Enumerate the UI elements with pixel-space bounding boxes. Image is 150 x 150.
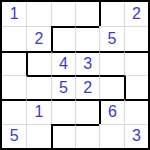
cell-r1c2[interactable] [26, 2, 50, 26]
cell-r4c2[interactable] [26, 75, 50, 99]
cell-r5c5[interactable]: 6 [99, 99, 123, 123]
cell-r1c5[interactable] [99, 2, 123, 26]
cell-r1c4[interactable] [75, 2, 99, 26]
cell-r4c3[interactable]: 5 [51, 75, 75, 99]
cell-r6c4[interactable] [75, 124, 99, 148]
cell-r3c4[interactable]: 3 [75, 51, 99, 75]
sudoku-board: 122543521653 [0, 0, 150, 150]
cell-r3c1[interactable] [2, 51, 26, 75]
cell-r6c2[interactable] [26, 124, 50, 148]
cell-r5c4[interactable] [75, 99, 99, 123]
cell-r2c5[interactable]: 5 [99, 26, 123, 50]
cell-r4c6[interactable] [124, 75, 148, 99]
cell-r6c1[interactable]: 5 [2, 124, 26, 148]
cell-r5c2[interactable]: 1 [26, 99, 50, 123]
cell-r4c4[interactable]: 2 [75, 75, 99, 99]
cell-r3c5[interactable] [99, 51, 123, 75]
cell-r5c1[interactable] [2, 99, 26, 123]
cell-r2c2[interactable]: 2 [26, 26, 50, 50]
cell-r3c2[interactable] [26, 51, 50, 75]
cell-r5c3[interactable] [51, 99, 75, 123]
cell-r3c6[interactable] [124, 51, 148, 75]
cell-r3c3[interactable]: 4 [51, 51, 75, 75]
cell-r4c1[interactable] [2, 75, 26, 99]
cell-r1c1[interactable]: 1 [2, 2, 26, 26]
cell-r2c3[interactable] [51, 26, 75, 50]
cell-r1c3[interactable] [51, 2, 75, 26]
cell-r6c5[interactable] [99, 124, 123, 148]
cell-r2c6[interactable] [124, 26, 148, 50]
cell-r6c3[interactable] [51, 124, 75, 148]
cell-r5c6[interactable] [124, 99, 148, 123]
cell-r4c5[interactable] [99, 75, 123, 99]
cell-r2c1[interactable] [2, 26, 26, 50]
cell-r1c6[interactable]: 2 [124, 2, 148, 26]
cell-r2c4[interactable] [75, 26, 99, 50]
cell-r6c6[interactable]: 3 [124, 124, 148, 148]
